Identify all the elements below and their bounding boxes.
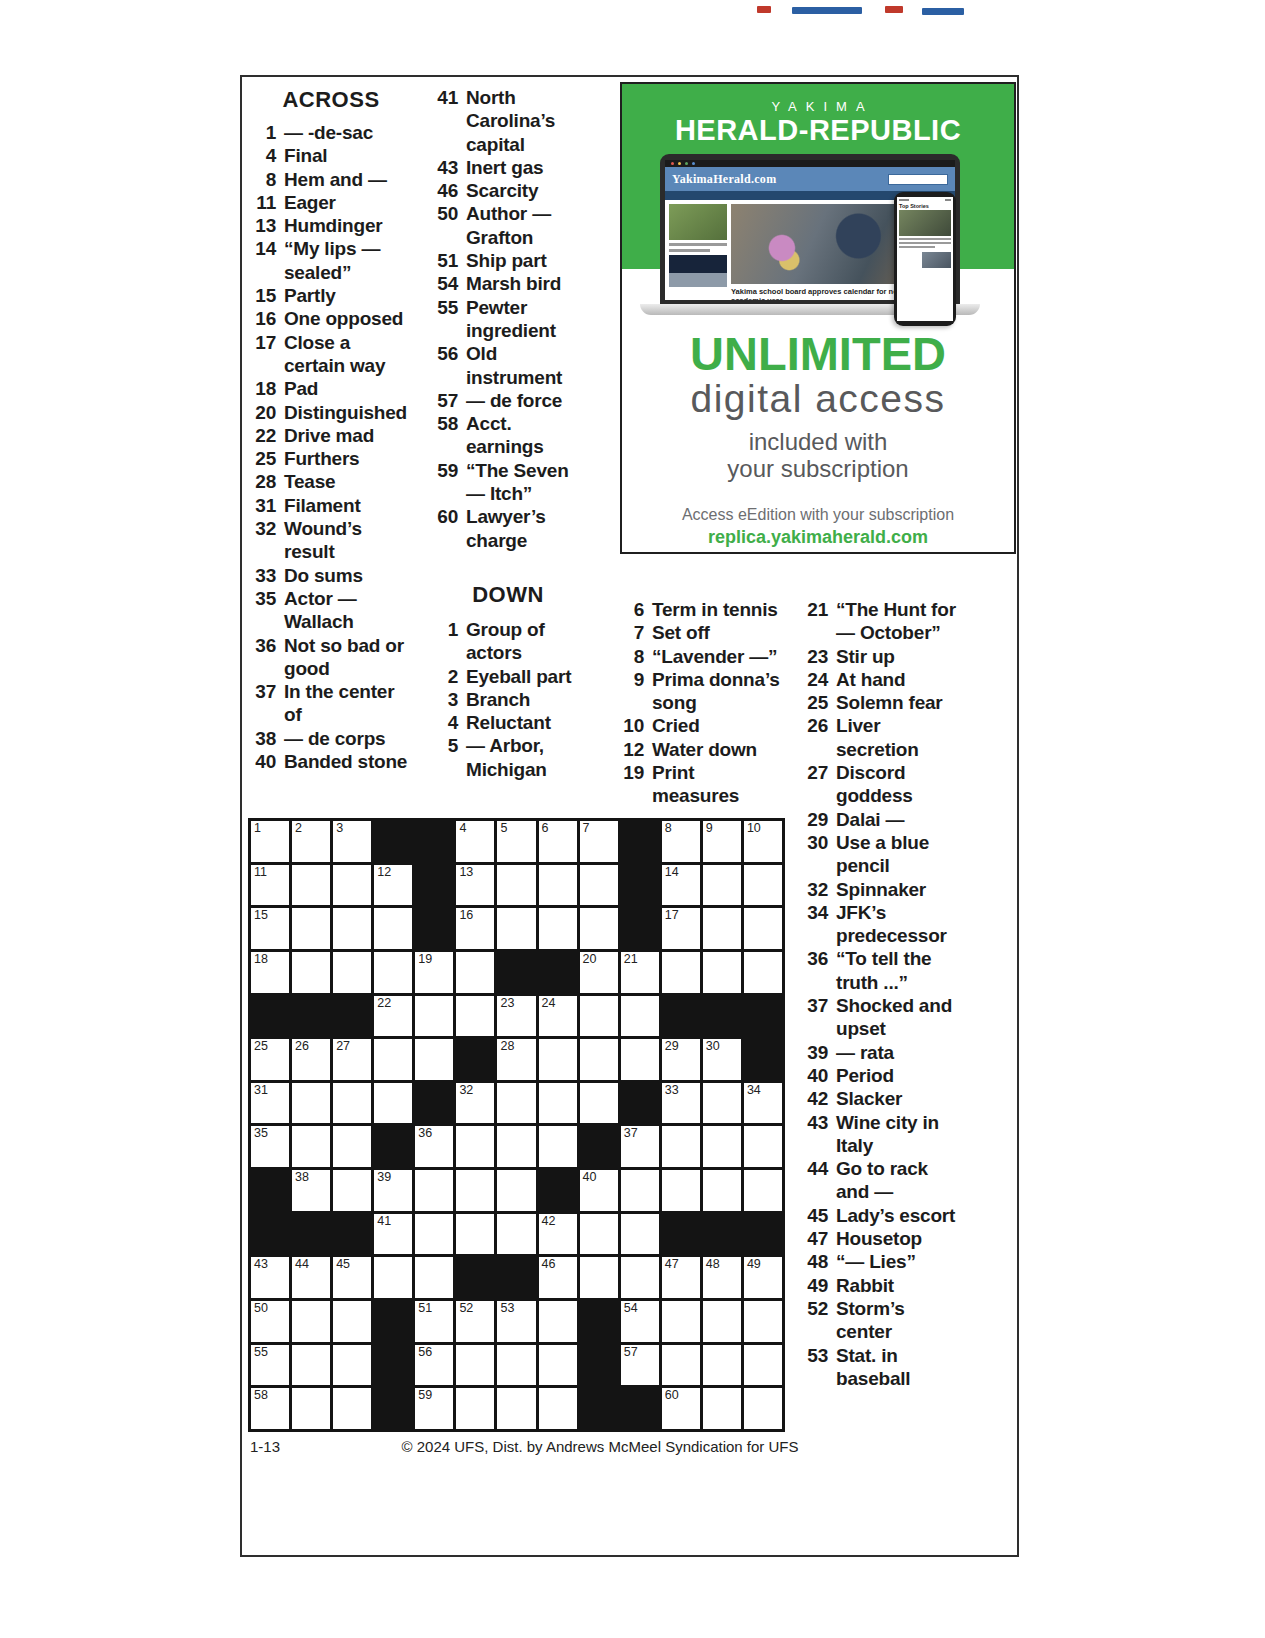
grid-cell-r11c10[interactable] xyxy=(621,1257,659,1298)
grid-cell-r2c11[interactable]: 14 xyxy=(662,865,700,906)
crossword-grid: 1234567891011121314151617181920212223242… xyxy=(248,818,785,1432)
grid-cell-r2c7[interactable] xyxy=(497,865,535,906)
grid-cell-r7c3[interactable] xyxy=(333,1083,371,1124)
clue-down-30: 30Use a blue pencil xyxy=(804,831,960,878)
cell-number-4: 4 xyxy=(459,822,466,835)
grid-cell-r4c10[interactable]: 21 xyxy=(621,952,659,993)
cell-number-40: 40 xyxy=(583,1171,597,1184)
clue-across-46: 46Scarcity xyxy=(434,179,582,202)
clue-text: Wine city in Italy xyxy=(836,1111,960,1158)
clue-number: 25 xyxy=(252,447,276,470)
grid-cell-r5c7[interactable]: 23 xyxy=(497,996,535,1037)
phone-news-photo-2 xyxy=(922,252,951,268)
grid-cell-r13c5[interactable]: 56 xyxy=(415,1345,453,1386)
grid-cell-r14c5[interactable]: 59 xyxy=(415,1388,453,1429)
grid-cell-r13c7[interactable] xyxy=(497,1345,535,1386)
grid-cell-r10c5[interactable] xyxy=(415,1214,453,1255)
clue-down-3: 3Branch xyxy=(434,688,582,711)
cell-number-32: 32 xyxy=(459,1084,473,1097)
clue-text: Water down xyxy=(652,738,782,761)
clue-number: 48 xyxy=(804,1250,828,1273)
grid-cell-r9c10[interactable] xyxy=(621,1170,659,1211)
grid-cell-r12c11[interactable] xyxy=(662,1301,700,1342)
clue-down-7: 7Set off xyxy=(620,621,782,644)
clue-number: 37 xyxy=(804,994,828,1017)
grid-cell-r12c3[interactable] xyxy=(333,1301,371,1342)
ad-brand-top: YAKIMA xyxy=(622,99,1014,114)
clue-text: Acct. earnings xyxy=(466,412,582,459)
ad-digital-access-text: digital access xyxy=(622,378,1014,420)
across-clues-part2: 41North Carolina’s capital43Inert gas46S… xyxy=(434,86,582,552)
grid-cell-r13c13[interactable] xyxy=(744,1345,782,1386)
grid-cell-r4c12[interactable] xyxy=(703,952,741,993)
clue-across-15: 15Partly xyxy=(252,284,410,307)
clue-text: Storm’s center xyxy=(836,1297,960,1344)
grid-cell-r5c4[interactable]: 22 xyxy=(374,996,412,1037)
phone-status-bar xyxy=(899,199,951,201)
clue-text: Distinguished xyxy=(284,401,410,424)
grid-cell-r7c4[interactable] xyxy=(374,1083,412,1124)
clue-text: — de corps xyxy=(284,727,410,750)
grid-cell-r3c10-block xyxy=(621,908,659,949)
grid-cell-r7c1[interactable]: 31 xyxy=(251,1083,289,1124)
grid-cell-r9c9[interactable]: 40 xyxy=(580,1170,618,1211)
newspaper-crossword-page: ACROSS 1— -de-sac4Final8Hem and —11Eager… xyxy=(0,0,1265,1638)
grid-cell-r11c4[interactable] xyxy=(374,1257,412,1298)
cell-number-50: 50 xyxy=(254,1302,268,1315)
grid-cell-r2c12[interactable] xyxy=(703,865,741,906)
grid-cell-r12c13[interactable] xyxy=(744,1301,782,1342)
grid-cell-r6c5[interactable] xyxy=(415,1039,453,1080)
grid-cell-r11c8[interactable]: 46 xyxy=(539,1257,577,1298)
grid-cell-r9c6[interactable] xyxy=(456,1170,494,1211)
clue-text: Scarcity xyxy=(466,179,582,202)
grid-cell-r5c10[interactable] xyxy=(621,996,659,1037)
grid-cell-r11c2[interactable]: 44 xyxy=(292,1257,330,1298)
grid-cell-r3c9[interactable] xyxy=(580,908,618,949)
clue-down-39: 39— rata xyxy=(804,1041,960,1064)
ad-included-line2: your subscription xyxy=(622,455,1014,482)
down-clues-part1: 1Group of actors2Eyeball part3Branch4Rel… xyxy=(434,618,582,781)
grid-cell-r6c4[interactable] xyxy=(374,1039,412,1080)
grid-cell-r4c4[interactable] xyxy=(374,952,412,993)
clue-number: 7 xyxy=(620,621,644,644)
grid-cell-r2c3[interactable] xyxy=(333,865,371,906)
cell-number-27: 27 xyxy=(336,1040,350,1053)
grid-cell-r6c8[interactable] xyxy=(539,1039,577,1080)
clue-number: 6 xyxy=(620,598,644,621)
grid-cell-r13c11[interactable] xyxy=(662,1345,700,1386)
clue-number: 16 xyxy=(252,307,276,330)
grid-cell-r10c8[interactable]: 42 xyxy=(539,1214,577,1255)
grid-cell-r9c11[interactable] xyxy=(662,1170,700,1211)
grid-cell-r6c3[interactable]: 27 xyxy=(333,1039,371,1080)
clue-across-28: 28Tease xyxy=(252,470,410,493)
grid-cell-r14c4-block xyxy=(374,1388,412,1429)
grid-cell-r9c12[interactable] xyxy=(703,1170,741,1211)
grid-cell-r5c12-block xyxy=(703,996,741,1037)
grid-cell-r6c1[interactable]: 25 xyxy=(251,1039,289,1080)
grid-cell-r8c10[interactable]: 37 xyxy=(621,1126,659,1167)
clue-text: Eyeball part xyxy=(466,665,582,688)
cell-number-5: 5 xyxy=(500,822,507,835)
cell-number-31: 31 xyxy=(254,1084,268,1097)
grid-cell-r3c3[interactable] xyxy=(333,908,371,949)
grid-cell-r14c7[interactable] xyxy=(497,1388,535,1429)
clue-number: 10 xyxy=(620,714,644,737)
cell-number-2: 2 xyxy=(295,822,302,835)
grid-cell-r8c2[interactable] xyxy=(292,1126,330,1167)
grid-cell-r7c11[interactable]: 33 xyxy=(662,1083,700,1124)
grid-cell-r1c5-block xyxy=(415,821,453,862)
grid-cell-r11c3[interactable]: 45 xyxy=(333,1257,371,1298)
clue-text: — Arbor, Michigan xyxy=(466,734,582,781)
grid-cell-r12c2[interactable] xyxy=(292,1301,330,1342)
clue-across-59: 59“The Seven — Itch” xyxy=(434,459,582,506)
clue-across-14: 14“My lips — sealed” xyxy=(252,237,410,284)
grid-cell-r12c6[interactable]: 52 xyxy=(456,1301,494,1342)
grid-cell-r3c5-block xyxy=(415,908,453,949)
grid-cell-r11c11[interactable]: 47 xyxy=(662,1257,700,1298)
cell-number-28: 28 xyxy=(500,1040,514,1053)
clue-across-16: 16One opposed xyxy=(252,307,410,330)
grid-cell-r10c2-block xyxy=(292,1214,330,1255)
text-line xyxy=(899,242,951,244)
clue-text: Lady’s escort xyxy=(836,1204,960,1227)
clue-text: Humdinger xyxy=(284,214,410,237)
grid-cell-r9c8-block xyxy=(539,1170,577,1211)
grid-cell-r2c13[interactable] xyxy=(744,865,782,906)
grid-cell-r3c2[interactable] xyxy=(292,908,330,949)
clue-number: 1 xyxy=(434,618,458,641)
grid-cell-r8c12[interactable] xyxy=(703,1126,741,1167)
ad-replica-url[interactable]: replica.yakimaherald.com xyxy=(622,527,1014,548)
clue-number: 15 xyxy=(252,284,276,307)
grid-cell-r8c3[interactable] xyxy=(333,1126,371,1167)
cell-number-41: 41 xyxy=(377,1215,391,1228)
clue-across-4: 4Final xyxy=(252,144,410,167)
grid-cell-r3c4[interactable] xyxy=(374,908,412,949)
across-clue-column-1: ACROSS 1— -de-sac4Final8Hem and —11Eager… xyxy=(252,87,410,773)
clue-number: 23 xyxy=(804,645,828,668)
grid-cell-r7c5-block xyxy=(415,1083,453,1124)
clue-text: Tease xyxy=(284,470,410,493)
grid-cell-r1c11[interactable]: 8 xyxy=(662,821,700,862)
grid-cell-r7c8[interactable] xyxy=(539,1083,577,1124)
cell-number-44: 44 xyxy=(295,1258,309,1271)
grid-cell-r5c9[interactable] xyxy=(580,996,618,1037)
grid-cell-r10c9[interactable] xyxy=(580,1214,618,1255)
grid-cell-r13c6[interactable] xyxy=(456,1345,494,1386)
grid-cell-r1c6[interactable]: 4 xyxy=(456,821,494,862)
cell-number-51: 51 xyxy=(418,1302,432,1315)
grid-cell-r6c2[interactable]: 26 xyxy=(292,1039,330,1080)
cell-number-60: 60 xyxy=(665,1389,679,1402)
grid-cell-r12c10[interactable]: 54 xyxy=(621,1301,659,1342)
clue-number: 8 xyxy=(620,645,644,668)
clue-text: Wound’s result xyxy=(284,517,410,564)
grid-cell-r6c9[interactable] xyxy=(580,1039,618,1080)
grid-cell-r12c12[interactable] xyxy=(703,1301,741,1342)
grid-cell-r10c4[interactable]: 41 xyxy=(374,1214,412,1255)
clue-across-37: 37In the center of xyxy=(252,680,410,727)
grid-cell-r3c13[interactable] xyxy=(744,908,782,949)
cell-number-10: 10 xyxy=(747,822,761,835)
clue-number: 4 xyxy=(252,144,276,167)
cell-number-52: 52 xyxy=(459,1302,473,1315)
clue-down-26: 26Liver secretion xyxy=(804,714,960,761)
cell-number-12: 12 xyxy=(377,866,391,879)
clue-down-45: 45Lady’s escort xyxy=(804,1204,960,1227)
clue-number: 56 xyxy=(434,342,458,365)
grid-cell-r13c1[interactable]: 55 xyxy=(251,1345,289,1386)
clue-across-51: 51Ship part xyxy=(434,249,582,272)
clue-text: Stat. in baseball xyxy=(836,1344,960,1391)
grid-cell-r7c6[interactable]: 32 xyxy=(456,1083,494,1124)
grid-cell-r9c13[interactable] xyxy=(744,1170,782,1211)
clue-text: Drive mad xyxy=(284,424,410,447)
clue-across-56: 56Old instrument xyxy=(434,342,582,389)
grid-cell-r9c7[interactable] xyxy=(497,1170,535,1211)
grid-cell-r1c8[interactable]: 6 xyxy=(539,821,577,862)
grid-cell-r14c9-block xyxy=(580,1388,618,1429)
clue-across-55: 55Pewter ingredient xyxy=(434,296,582,343)
grid-cell-r11c9[interactable] xyxy=(580,1257,618,1298)
grid-cell-r14c12[interactable] xyxy=(703,1388,741,1429)
grid-cell-r3c7[interactable] xyxy=(497,908,535,949)
clue-down-5: 5— Arbor, Michigan xyxy=(434,734,582,781)
clue-down-21: 21“The Hunt for — October” xyxy=(804,598,960,645)
clue-number: 20 xyxy=(252,401,276,424)
clue-text: Old instrument xyxy=(466,342,582,389)
news-photo-field xyxy=(669,204,727,240)
grid-cell-r12c5[interactable]: 51 xyxy=(415,1301,453,1342)
clue-number: 51 xyxy=(434,249,458,272)
grid-cell-r5c5[interactable] xyxy=(415,996,453,1037)
clue-down-29: 29Dalai — xyxy=(804,808,960,831)
clue-down-19: 19Print measures xyxy=(620,761,782,808)
grid-cell-r6c7[interactable]: 28 xyxy=(497,1039,535,1080)
grid-cell-r1c13[interactable]: 10 xyxy=(744,821,782,862)
grid-cell-r12c1[interactable]: 50 xyxy=(251,1301,289,1342)
grid-cell-r13c3[interactable] xyxy=(333,1345,371,1386)
grid-cell-r2c9[interactable] xyxy=(580,865,618,906)
clue-number: 54 xyxy=(434,272,458,295)
grid-cell-r7c13[interactable]: 34 xyxy=(744,1083,782,1124)
clue-text: Liver secretion xyxy=(836,714,960,761)
grid-cell-r9c3[interactable] xyxy=(333,1170,371,1211)
grid-cell-r2c4[interactable]: 12 xyxy=(374,865,412,906)
grid-cell-r8c6[interactable] xyxy=(456,1126,494,1167)
grid-cell-r4c13[interactable] xyxy=(744,952,782,993)
clue-down-4: 4Reluctant xyxy=(434,711,582,734)
clue-number: 34 xyxy=(804,901,828,924)
clue-down-36: 36“To tell the truth ...” xyxy=(804,947,960,994)
grid-cell-r3c1[interactable]: 15 xyxy=(251,908,289,949)
grid-cell-r10c6[interactable] xyxy=(456,1214,494,1255)
clue-number: 57 xyxy=(434,389,458,412)
clue-text: Actor — Wallach xyxy=(284,587,410,634)
clue-down-52: 52Storm’s center xyxy=(804,1297,960,1344)
grid-cell-r5c6[interactable] xyxy=(456,996,494,1037)
grid-cell-r13c12[interactable] xyxy=(703,1345,741,1386)
grid-cell-r8c8[interactable] xyxy=(539,1126,577,1167)
grid-cell-r10c11-block xyxy=(662,1214,700,1255)
clue-number: 53 xyxy=(804,1344,828,1367)
grid-cell-r1c3[interactable]: 3 xyxy=(333,821,371,862)
grid-cell-r14c1[interactable]: 58 xyxy=(251,1388,289,1429)
grid-cell-r7c9[interactable] xyxy=(580,1083,618,1124)
grid-cell-r13c10[interactable]: 57 xyxy=(621,1345,659,1386)
grid-cell-r8c13[interactable] xyxy=(744,1126,782,1167)
phone-mockup: Top Stories xyxy=(894,192,956,326)
cell-number-43: 43 xyxy=(254,1258,268,1271)
text-line xyxy=(899,238,951,240)
clue-text: Go to rack and — xyxy=(836,1157,960,1204)
grid-cell-r10c13-block xyxy=(744,1214,782,1255)
clue-text: Dalai — xyxy=(836,808,960,831)
down-clue-column-3: 6Term in tennis7Set off8“Lavender —”9Pri… xyxy=(620,598,782,808)
grid-cell-r3c6[interactable]: 16 xyxy=(456,908,494,949)
clue-number: 40 xyxy=(252,750,276,773)
cell-number-53: 53 xyxy=(500,1302,514,1315)
grid-cell-r8c11[interactable] xyxy=(662,1126,700,1167)
grid-cell-r6c11[interactable]: 29 xyxy=(662,1039,700,1080)
grid-cell-r4c9[interactable]: 20 xyxy=(580,952,618,993)
clue-down-12: 12Water down xyxy=(620,738,782,761)
grid-cell-r4c1[interactable]: 18 xyxy=(251,952,289,993)
grid-cell-r8c1[interactable]: 35 xyxy=(251,1126,289,1167)
clue-number: 24 xyxy=(804,668,828,691)
grid-cell-r2c1[interactable]: 11 xyxy=(251,865,289,906)
grid-cell-r9c2[interactable]: 38 xyxy=(292,1170,330,1211)
grid-cell-r1c7[interactable]: 5 xyxy=(497,821,535,862)
grid-cell-r2c2[interactable] xyxy=(292,865,330,906)
grid-cell-r6c12[interactable]: 30 xyxy=(703,1039,741,1080)
grid-cell-r14c13[interactable] xyxy=(744,1388,782,1429)
grid-cell-r4c8-block xyxy=(539,952,577,993)
grid-cell-r4c11[interactable] xyxy=(662,952,700,993)
grid-cell-r7c7[interactable] xyxy=(497,1083,535,1124)
grid-cell-r12c8[interactable] xyxy=(539,1301,577,1342)
grid-cell-r14c6[interactable] xyxy=(456,1388,494,1429)
cell-number-54: 54 xyxy=(624,1302,638,1315)
clue-text: Solemn fear xyxy=(836,691,960,714)
page-edge-artifact xyxy=(922,8,964,15)
grid-cell-r11c12[interactable]: 48 xyxy=(703,1257,741,1298)
grid-cell-r11c5[interactable] xyxy=(415,1257,453,1298)
grid-cell-r7c12[interactable] xyxy=(703,1083,741,1124)
ad-unlimited-text: UNLIMITED xyxy=(622,330,1014,378)
clue-text: Filament xyxy=(284,494,410,517)
ad-eedition-note: Access eEdition with your subscription xyxy=(622,506,1014,524)
grid-cell-r10c10[interactable] xyxy=(621,1214,659,1255)
grid-cell-r9c4[interactable]: 39 xyxy=(374,1170,412,1211)
clue-down-44: 44Go to rack and — xyxy=(804,1157,960,1204)
cell-number-21: 21 xyxy=(624,953,638,966)
grid-cell-r11c13[interactable]: 49 xyxy=(744,1257,782,1298)
cell-number-37: 37 xyxy=(624,1127,638,1140)
clue-across-31: 31Filament xyxy=(252,494,410,517)
grid-cell-r7c10-block xyxy=(621,1083,659,1124)
grid-cell-r6c6-block xyxy=(456,1039,494,1080)
cell-number-1: 1 xyxy=(254,822,261,835)
clue-down-25: 25Solemn fear xyxy=(804,691,960,714)
phone-news-photo xyxy=(899,210,951,236)
grid-cell-r8c7[interactable] xyxy=(497,1126,535,1167)
grid-cell-r14c3[interactable] xyxy=(333,1388,371,1429)
grid-cell-r12c9-block xyxy=(580,1301,618,1342)
down-clues-part2: 6Term in tennis7Set off8“Lavender —”9Pri… xyxy=(620,598,782,808)
grid-cell-r4c5[interactable]: 19 xyxy=(415,952,453,993)
clue-number: 26 xyxy=(804,714,828,737)
grid-cell-r1c9[interactable]: 7 xyxy=(580,821,618,862)
clue-text: Eager xyxy=(284,191,410,214)
clue-text: Group of actors xyxy=(466,618,582,665)
grid-cell-r14c11[interactable]: 60 xyxy=(662,1388,700,1429)
grid-cell-r13c9-block xyxy=(580,1345,618,1386)
grid-cell-r2c8[interactable] xyxy=(539,865,577,906)
clue-text: — de force xyxy=(466,389,582,412)
ad-included-line1: included with xyxy=(622,428,1014,455)
grid-cell-r7c2[interactable] xyxy=(292,1083,330,1124)
grid-cell-r4c2[interactable] xyxy=(292,952,330,993)
clue-text: Hem and — xyxy=(284,168,410,191)
grid-cell-r14c8[interactable] xyxy=(539,1388,577,1429)
ad-brand-name: HERALD-REPUBLIC xyxy=(622,114,1014,147)
grid-cell-r3c8[interactable] xyxy=(539,908,577,949)
clue-text: Use a blue pencil xyxy=(836,831,960,878)
grid-cell-r4c6[interactable] xyxy=(456,952,494,993)
cell-number-14: 14 xyxy=(665,866,679,879)
clue-number: 18 xyxy=(252,377,276,400)
clue-text: Do sums xyxy=(284,564,410,587)
clue-number: 50 xyxy=(434,202,458,225)
grid-cell-r3c12[interactable] xyxy=(703,908,741,949)
cell-number-16: 16 xyxy=(459,909,473,922)
grid-cell-r2c6[interactable]: 13 xyxy=(456,865,494,906)
grid-cell-r1c12[interactable]: 9 xyxy=(703,821,741,862)
grid-cell-r5c8[interactable]: 24 xyxy=(539,996,577,1037)
cell-number-33: 33 xyxy=(665,1084,679,1097)
clue-text: Print measures xyxy=(652,761,782,808)
clue-number: 31 xyxy=(252,494,276,517)
grid-cell-r12c4-block xyxy=(374,1301,412,1342)
grid-cell-r13c8[interactable] xyxy=(539,1345,577,1386)
grid-cell-r1c1[interactable]: 1 xyxy=(251,821,289,862)
grid-cell-r12c7[interactable]: 53 xyxy=(497,1301,535,1342)
clue-text: Inert gas xyxy=(466,156,582,179)
clue-number: 39 xyxy=(804,1041,828,1064)
grid-cell-r3c11[interactable]: 17 xyxy=(662,908,700,949)
grid-cell-r10c7[interactable] xyxy=(497,1214,535,1255)
grid-cell-r1c2[interactable]: 2 xyxy=(292,821,330,862)
grid-cell-r14c2[interactable] xyxy=(292,1388,330,1429)
clue-down-10: 10Cried xyxy=(620,714,782,737)
clue-down-24: 24At hand xyxy=(804,668,960,691)
clue-number: 8 xyxy=(252,168,276,191)
grid-cell-r9c5[interactable] xyxy=(415,1170,453,1211)
grid-cell-r13c2[interactable] xyxy=(292,1345,330,1386)
grid-cell-r6c10[interactable] xyxy=(621,1039,659,1080)
page-edge-artifact xyxy=(757,6,771,13)
grid-cell-r8c4-block xyxy=(374,1126,412,1167)
clue-text: Not so bad or good xyxy=(284,634,410,681)
grid-cell-r11c1[interactable]: 43 xyxy=(251,1257,289,1298)
grid-cell-r4c3[interactable] xyxy=(333,952,371,993)
browser-bookmark-bar xyxy=(665,160,955,167)
grid-cell-r8c5[interactable]: 36 xyxy=(415,1126,453,1167)
